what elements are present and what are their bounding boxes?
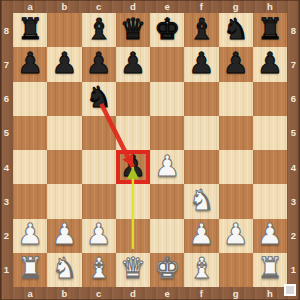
square-a8[interactable]: ♜ [13,13,47,47]
square-h7[interactable]: ♟ [253,47,287,81]
square-c7[interactable]: ♟ [82,47,116,81]
square-d6[interactable] [116,82,150,116]
chess-board: ♜♝♛♚♝♞♜♟♟♟♟♟♟♟♞♟♟♞♟♟♟♟♟♟♜♞♝♛♚♝♜ [13,13,287,287]
square-e7[interactable] [150,47,184,81]
white-rook-h1[interactable]: ♜ [257,254,283,283]
square-h5[interactable] [253,116,287,150]
square-g4[interactable] [219,150,253,184]
square-d5[interactable] [116,116,150,150]
square-b4[interactable] [47,150,81,184]
square-f7[interactable]: ♟ [184,47,218,81]
chess-board-widget: abcdefgh abcdefgh 87654321 87654321 ♜♝♛♚… [0,0,300,300]
white-pawn-a2[interactable]: ♟ [17,220,43,249]
black-bishop-f8[interactable]: ♝ [188,15,214,44]
square-c2[interactable]: ♟ [82,219,116,253]
rank-label-8: 8 [287,13,300,47]
square-b3[interactable] [47,184,81,218]
square-e3[interactable] [150,184,184,218]
square-h4[interactable] [253,150,287,184]
file-label-f: f [184,287,218,300]
square-g3[interactable] [219,184,253,218]
square-c3[interactable] [82,184,116,218]
square-g6[interactable] [219,82,253,116]
black-queen-d8[interactable]: ♛ [120,15,146,44]
square-f5[interactable] [184,116,218,150]
square-g1[interactable] [219,253,253,287]
square-a1[interactable]: ♜ [13,253,47,287]
square-b1[interactable]: ♞ [47,253,81,287]
file-label-g: g [219,287,253,300]
square-f2[interactable]: ♟ [184,219,218,253]
black-rook-h8[interactable]: ♜ [257,15,283,44]
square-h3[interactable] [253,184,287,218]
square-g8[interactable]: ♞ [219,13,253,47]
white-bishop-f1[interactable]: ♝ [188,254,214,283]
square-g5[interactable] [219,116,253,150]
square-b2[interactable]: ♟ [47,219,81,253]
rank-label-1: 1 [287,253,300,287]
square-e5[interactable] [150,116,184,150]
file-label-h: h [253,287,287,300]
square-a6[interactable] [13,82,47,116]
white-pawn-g2[interactable]: ♟ [223,220,249,249]
square-c5[interactable] [82,116,116,150]
board-corner-square-icon[interactable] [284,284,296,296]
rank-label-2: 2 [0,219,13,253]
square-a5[interactable] [13,116,47,150]
file-label-a: a [13,287,47,300]
file-label-b: b [47,287,81,300]
white-queen-d1[interactable]: ♛ [120,254,146,283]
black-bishop-c8[interactable]: ♝ [86,15,112,44]
square-d4[interactable]: ♟ [116,150,150,184]
file-label-d: d [116,287,150,300]
square-a7[interactable]: ♟ [13,47,47,81]
black-king-e8[interactable]: ♚ [154,15,180,44]
rank-label-4: 4 [287,150,300,184]
square-b6[interactable] [47,82,81,116]
square-h6[interactable] [253,82,287,116]
square-h8[interactable]: ♜ [253,13,287,47]
square-f3[interactable]: ♞ [184,184,218,218]
file-label-e: e [150,287,184,300]
square-a3[interactable] [13,184,47,218]
square-a2[interactable]: ♟ [13,219,47,253]
square-c1[interactable]: ♝ [82,253,116,287]
square-c6[interactable]: ♞ [82,82,116,116]
rank-label-6: 6 [287,82,300,116]
rank-label-3: 3 [287,184,300,218]
rank-label-5: 5 [287,116,300,150]
square-a4[interactable] [13,150,47,184]
square-b8[interactable] [47,13,81,47]
square-e6[interactable] [150,82,184,116]
file-labels-bottom: abcdefgh [13,287,287,300]
square-e4[interactable]: ♟ [150,150,184,184]
rank-label-7: 7 [287,47,300,81]
square-h2[interactable]: ♟ [253,219,287,253]
white-king-e1[interactable]: ♚ [154,254,180,283]
file-label-b: b [47,0,81,13]
black-pawn-h7[interactable]: ♟ [257,49,283,78]
rank-label-8: 8 [0,13,13,47]
white-pawn-c2[interactable]: ♟ [86,220,112,249]
rank-label-2: 2 [287,219,300,253]
square-f4[interactable] [184,150,218,184]
rank-label-1: 1 [0,253,13,287]
square-d7[interactable]: ♟ [116,47,150,81]
rank-label-6: 6 [0,82,13,116]
black-pawn-b7[interactable]: ♟ [51,49,77,78]
square-e8[interactable]: ♚ [150,13,184,47]
file-label-c: c [82,287,116,300]
white-knight-b1[interactable]: ♞ [51,254,77,283]
square-e1[interactable]: ♚ [150,253,184,287]
rank-label-5: 5 [0,116,13,150]
black-knight-g8[interactable]: ♞ [223,15,249,44]
black-pawn-a7[interactable]: ♟ [17,49,43,78]
square-b5[interactable] [47,116,81,150]
square-b7[interactable]: ♟ [47,47,81,81]
square-g7[interactable]: ♟ [219,47,253,81]
white-pawn-h2[interactable]: ♟ [257,220,283,249]
rank-label-7: 7 [0,47,13,81]
square-d1[interactable]: ♛ [116,253,150,287]
black-pawn-f7[interactable]: ♟ [188,49,214,78]
black-pawn-d4[interactable]: ♟ [120,152,146,181]
rank-labels-right: 87654321 [287,13,300,287]
square-d8[interactable]: ♛ [116,13,150,47]
square-c4[interactable] [82,150,116,184]
white-bishop-c1[interactable]: ♝ [86,254,112,283]
square-g2[interactable]: ♟ [219,219,253,253]
square-h1[interactable]: ♜ [253,253,287,287]
rank-label-4: 4 [0,150,13,184]
rank-label-3: 3 [0,184,13,218]
square-f6[interactable] [184,82,218,116]
white-pawn-e4[interactable]: ♟ [154,152,180,181]
rank-labels-left: 87654321 [0,13,13,287]
white-rook-a1[interactable]: ♜ [17,254,43,283]
square-f1[interactable]: ♝ [184,253,218,287]
black-knight-c6[interactable]: ♞ [86,83,112,112]
black-pawn-g7[interactable]: ♟ [223,49,249,78]
square-d2[interactable] [116,219,150,253]
square-f8[interactable]: ♝ [184,13,218,47]
white-knight-f3[interactable]: ♞ [188,186,214,215]
square-d3[interactable] [116,184,150,218]
square-c8[interactable]: ♝ [82,13,116,47]
black-pawn-d7[interactable]: ♟ [120,49,146,78]
black-pawn-c7[interactable]: ♟ [86,49,112,78]
square-e2[interactable] [150,219,184,253]
white-pawn-b2[interactable]: ♟ [51,220,77,249]
black-rook-a8[interactable]: ♜ [17,15,43,44]
white-pawn-f2[interactable]: ♟ [188,220,214,249]
